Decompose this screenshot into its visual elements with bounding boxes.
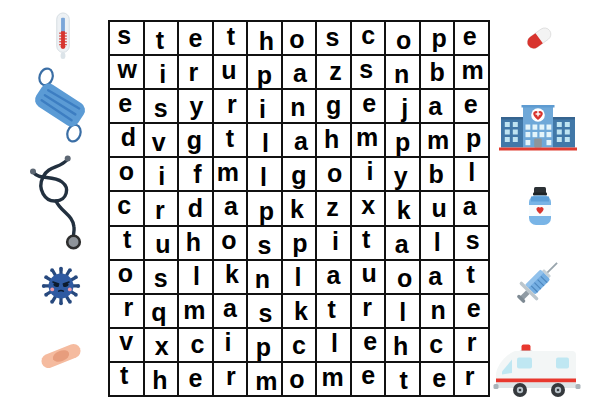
grid-cell-r9c8[interactable]: r [351,294,386,328]
word-search-grid: stethoscopewirupazsnbmesyringejaedvgtlah… [108,20,490,397]
grid-cell-r3c6[interactable]: n [282,89,317,123]
grid-cell-r5c10[interactable]: b [420,157,455,191]
grid-cell-r2c1[interactable]: w [109,55,144,89]
grid-cell-r7c4[interactable]: o [213,226,248,260]
grid-cell-r2c6[interactable]: a [282,55,317,89]
grid-cell-r7c7[interactable]: i [316,226,351,260]
face-mask-icon [24,74,96,136]
grid-cell-r5c3[interactable]: f [178,157,213,191]
grid-cell-r5c8[interactable]: i [351,157,386,191]
grid-cell-r1c5[interactable]: h [247,21,282,55]
grid-cell-r11c2[interactable]: h [144,362,179,396]
grid-cell-r7c11[interactable]: s [454,226,489,260]
medicine-bottle-icon [525,186,555,226]
grid-cell-r7c9[interactable]: a [385,226,420,260]
grid-cell-r8c7[interactable]: a [316,260,351,294]
grid-cell-r8c4[interactable]: k [213,260,248,294]
grid-cell-r6c2[interactable]: r [144,191,179,225]
grid-cell-r4c11[interactable]: p [454,123,489,157]
grid-cell-r11c1[interactable]: t [109,362,144,396]
grid-cell-r4c6[interactable]: a [282,123,317,157]
hospital-icon [498,97,578,151]
syringe-icon [512,254,564,310]
grid-cell-r1c8[interactable]: c [351,21,386,55]
grid-cell-r3c2[interactable]: s [144,89,179,123]
grid-cell-r1c3[interactable]: e [178,21,213,55]
grid-cell-r2c11[interactable]: m [454,55,489,89]
grid-cell-r5c11[interactable]: l [454,157,489,191]
grid-cell-r11c4[interactable]: r [213,362,248,396]
grid-cell-r10c1[interactable]: v [109,328,144,362]
grid-cell-r4c10[interactable]: m [420,123,455,157]
grid-cell-r8c5[interactable]: n [247,260,282,294]
grid-cell-r1c2[interactable]: t [144,21,179,55]
grid-cell-r4c4[interactable]: t [213,123,248,157]
grid-cell-r3c8[interactable]: e [351,89,386,123]
grid-cell-r2c8[interactable]: s [351,55,386,89]
grid-cell-r8c3[interactable]: l [178,260,213,294]
grid-cell-r5c1[interactable]: o [109,157,144,191]
grid-cell-r4c1[interactable]: d [109,123,144,157]
grid-cell-r8c9[interactable]: o [385,260,420,294]
grid-cell-r9c5[interactable]: s [247,294,282,328]
grid-cell-r10c5[interactable]: p [247,328,282,362]
grid-cell-r2c4[interactable]: u [213,55,248,89]
grid-cell-r7c6[interactable]: p [282,226,317,260]
grid-cell-r10c8[interactable]: e [351,328,386,362]
bandage-icon [38,338,84,374]
grid-cell-r6c11[interactable]: a [454,191,489,225]
grid-cell-r4c3[interactable]: g [178,123,213,157]
grid-cell-r4c9[interactable]: p [385,123,420,157]
word-search-worksheet: stethoscopewirupazsnbmesyringejaedvgtlah… [0,0,600,400]
grid-cell-r6c8[interactable]: x [351,191,386,225]
grid-cell-r10c11[interactable]: r [454,328,489,362]
grid-cell-r2c3[interactable]: r [178,55,213,89]
grid-cell-r1c6[interactable]: o [282,21,317,55]
grid-cell-r7c10[interactable]: l [420,226,455,260]
grid-cell-r5c7[interactable]: o [316,157,351,191]
thermometer-icon [50,12,76,62]
stethoscope-icon [23,152,91,252]
grid-cell-r8c10[interactable]: a [420,260,455,294]
grid-cell-r8c11[interactable]: t [454,260,489,294]
grid-cell-r10c10[interactable]: c [420,328,455,362]
grid-cell-r5c2[interactable]: i [144,157,179,191]
grid-cell-r5c5[interactable]: l [247,157,282,191]
grid-cell-r2c9[interactable]: n [385,55,420,89]
grid-cell-r9c7[interactable]: t [316,294,351,328]
grid-cell-r8c8[interactable]: u [351,260,386,294]
grid-cell-r1c10[interactable]: p [420,21,455,55]
grid-cell-r8c1[interactable]: o [109,260,144,294]
grid-cell-r9c6[interactable]: k [282,294,317,328]
grid-cell-r7c2[interactable]: u [144,226,179,260]
grid-cell-r1c11[interactable]: e [454,21,489,55]
grid-cell-r3c11[interactable]: e [454,89,489,123]
grid-cell-r6c6[interactable]: k [282,191,317,225]
grid-cell-r8c6[interactable]: l [282,260,317,294]
grid-cell-r6c3[interactable]: d [178,191,213,225]
grid-cell-r6c9[interactable]: k [385,191,420,225]
grid-cell-r7c8[interactable]: t [351,226,386,260]
grid-cell-r2c5[interactable]: p [247,55,282,89]
grid-cell-r1c1[interactable]: s [109,21,144,55]
grid-cell-r11c3[interactable]: e [178,362,213,396]
grid-cell-r11c11[interactable]: r [454,362,489,396]
grid-cell-r11c5[interactable]: m [247,362,282,396]
grid-cell-r3c4[interactable]: r [213,89,248,123]
grid-cell-r10c2[interactable]: x [144,328,179,362]
ambulance-icon [493,342,581,398]
grid-cell-r5c6[interactable]: g [282,157,317,191]
grid-cell-r7c5[interactable]: s [247,226,282,260]
grid-cell-r9c3[interactable]: m [178,294,213,328]
grid-cell-r6c5[interactable]: p [247,191,282,225]
grid-cell-r6c10[interactable]: u [420,191,455,225]
grid-cell-r4c2[interactable]: v [144,123,179,157]
grid-cell-r9c10[interactable]: n [420,294,455,328]
grid-cell-r1c9[interactable]: o [385,21,420,55]
grid-cell-r8c2[interactable]: s [144,260,179,294]
grid-cell-r2c10[interactable]: b [420,55,455,89]
grid-cell-r11c10[interactable]: e [420,362,455,396]
pill-icon [521,22,557,54]
grid-cell-r11c9[interactable]: t [385,362,420,396]
grid-cell-r3c9[interactable]: j [385,89,420,123]
virus-icon [38,261,84,309]
grid-cell-r2c7[interactable]: z [316,55,351,89]
grid-cell-r7c1[interactable]: t [109,226,144,260]
grid-cell-r10c9[interactable]: h [385,328,420,362]
grid-cell-r3c5[interactable]: i [247,89,282,123]
grid-cell-r1c7[interactable]: s [316,21,351,55]
grid-cell-r9c9[interactable]: l [385,294,420,328]
grid-cell-r4c7[interactable]: h [316,123,351,157]
grid-cell-r6c4[interactable]: a [213,191,248,225]
grid-cell-r5c4[interactable]: m [213,157,248,191]
grid-cell-r3c7[interactable]: g [316,89,351,123]
grid-cell-r6c1[interactable]: c [109,191,144,225]
grid-cell-r10c3[interactable]: c [178,328,213,362]
grid-cell-r10c6[interactable]: c [282,328,317,362]
grid-cell-r3c3[interactable]: y [178,89,213,123]
grid-cell-r1c4[interactable]: t [213,21,248,55]
grid-cell-r9c1[interactable]: r [109,294,144,328]
grid-cell-r2c2[interactable]: i [144,55,179,89]
grid-cell-r9c2[interactable]: q [144,294,179,328]
grid-cell-r11c8[interactable]: e [351,362,386,396]
grid-cell-r4c8[interactable]: m [351,123,386,157]
grid-cell-r3c10[interactable]: a [420,89,455,123]
grid-cell-r4c5[interactable]: l [247,123,282,157]
grid-cell-r10c7[interactable]: l [316,328,351,362]
grid-cell-r9c4[interactable]: a [213,294,248,328]
grid-cell-r7c3[interactable]: h [178,226,213,260]
grid-cell-r6c7[interactable]: z [316,191,351,225]
grid-cell-r3c1[interactable]: e [109,89,144,123]
grid-cell-r11c6[interactable]: o [282,362,317,396]
grid-cell-r5c9[interactable]: y [385,157,420,191]
grid-cell-r10c4[interactable]: i [213,328,248,362]
grid-cell-r9c11[interactable]: e [454,294,489,328]
grid-cell-r11c7[interactable]: m [316,362,351,396]
